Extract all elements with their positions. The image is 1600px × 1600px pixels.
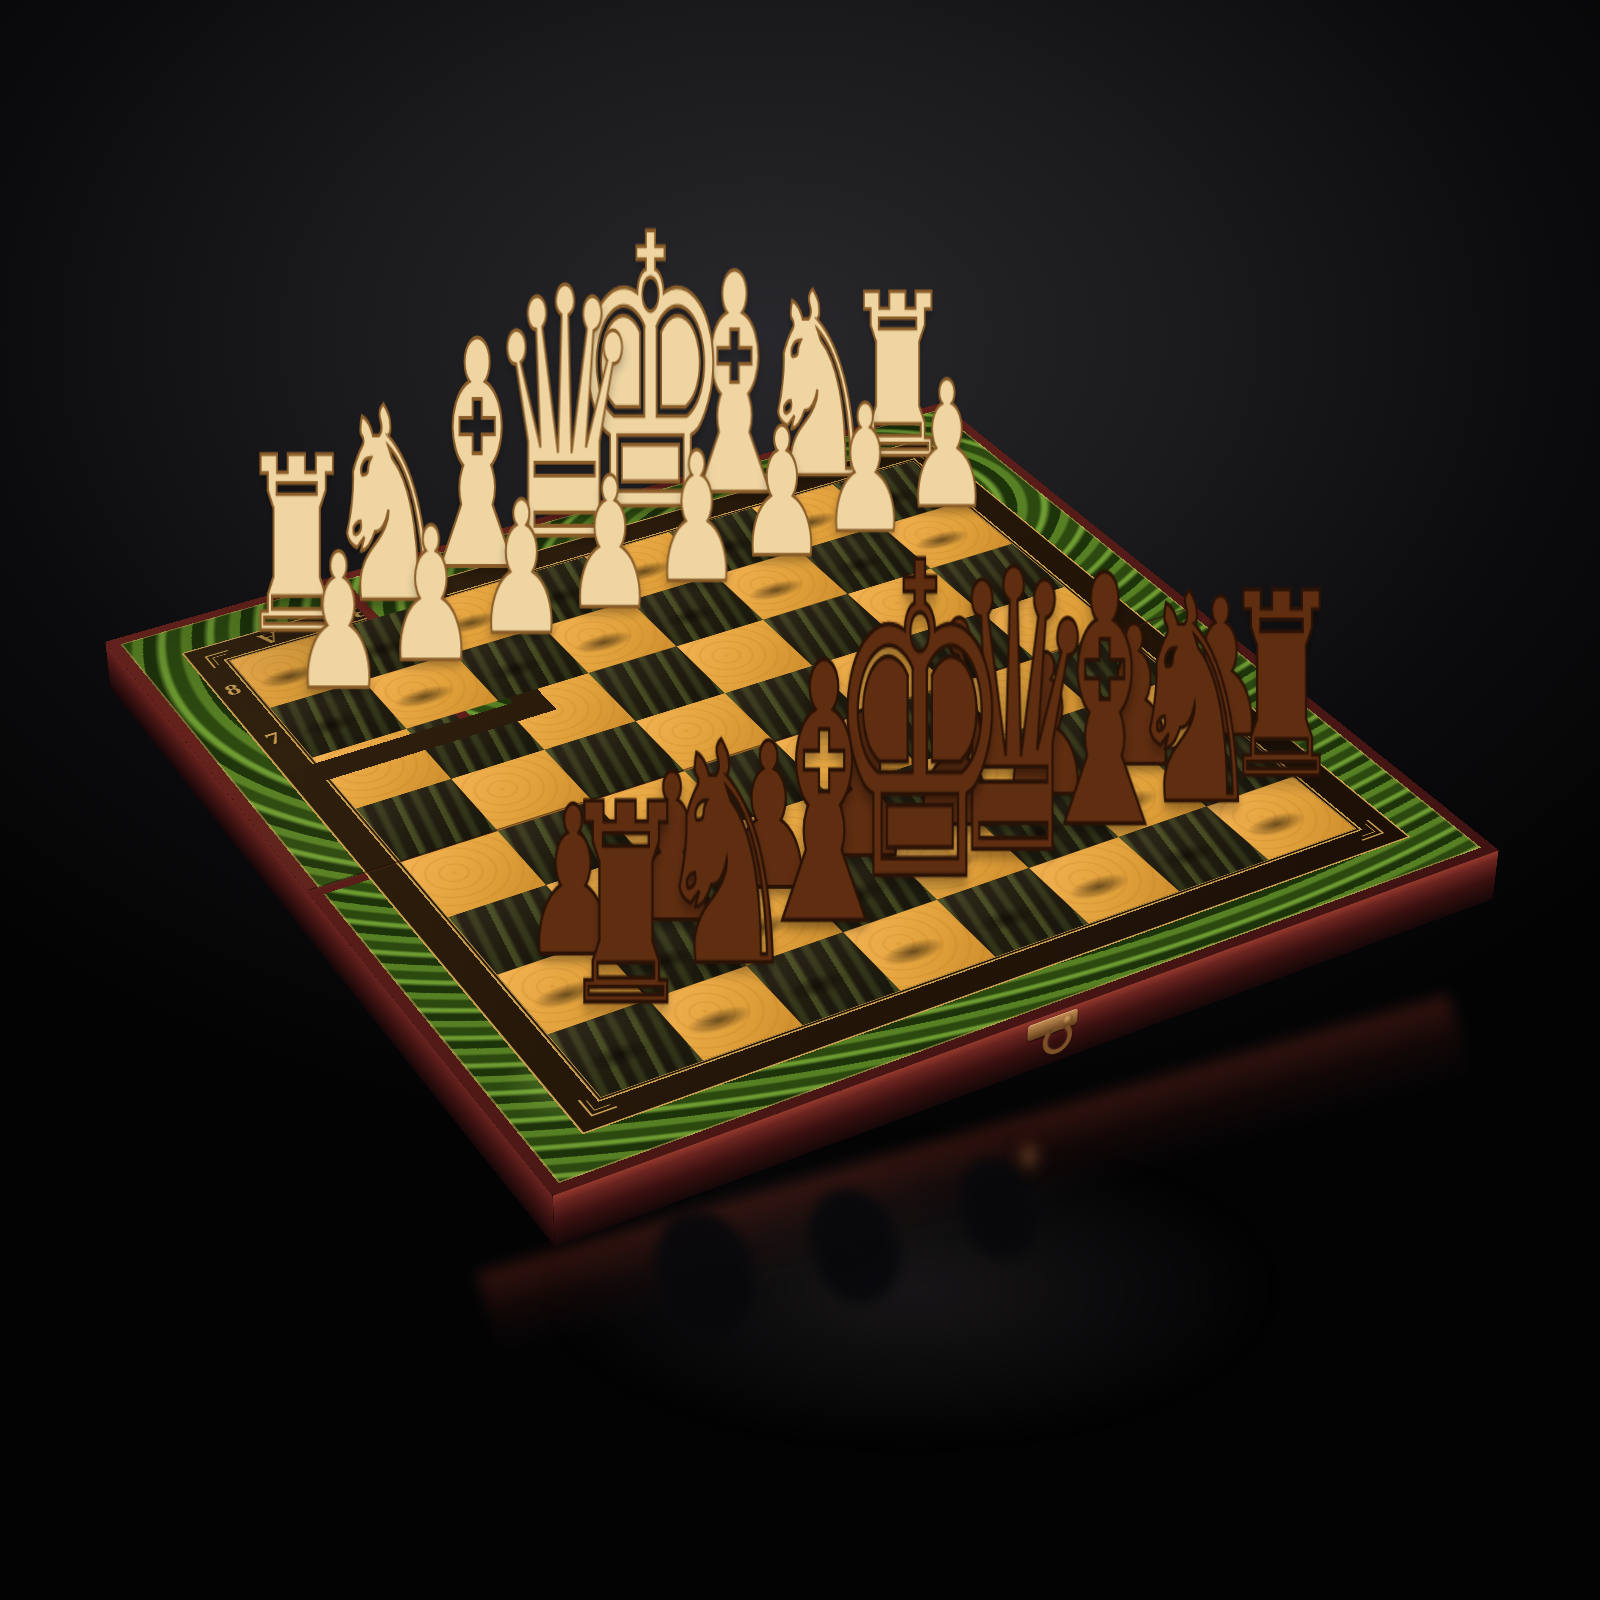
scene: ♜♞♝♛♚♝♞♜♟♟♟♟♟♟♟♟♟♟♟♟♟♟♟♟♜♞♝♚♛♝♞♜ AABBCCD… (0, 0, 1600, 1600)
chess-board: ♜♞♝♛♚♝♞♜♟♟♟♟♟♟♟♟♟♟♟♟♟♟♟♟♜♞♝♚♛♝♞♜ AABBCCD… (105, 403, 1498, 1196)
piece-cream-pawn-b7: ♟ (385, 503, 476, 688)
piece-cream-pawn-a7: ♟ (292, 529, 384, 716)
coordinate-band: ♜♞♝♛♚♝♞♜♟♟♟♟♟♟♟♟♟♟♟♟♟♟♟♟♜♞♝♚♛♝♞♜ (181, 438, 1410, 1134)
piece-cream-pawn-e7: ♟ (652, 428, 741, 607)
square-a1: ♜ (548, 1000, 703, 1097)
malachite-border: ♜♞♝♛♚♝♞♜♟♟♟♟♟♟♟♟♟♟♟♟♟♟♟♟♜♞♝♚♛♝♞♜ (120, 410, 1481, 1183)
photo-background: ♜♞♝♛♚♝♞♜♟♟♟♟♟♟♟♟♟♟♟♟♟♟♟♟♜♞♝♚♛♝♞♜ AABBCCD… (0, 0, 1600, 1600)
clasp (1024, 1005, 1081, 1067)
piece-cream-pawn-d7: ♟ (565, 453, 655, 634)
piece-cream-pawn-f7: ♟ (737, 405, 825, 583)
piece-cream-pawn-c7: ♟ (475, 478, 566, 661)
piece-brown-rook-a1: ♜ (559, 769, 691, 1045)
